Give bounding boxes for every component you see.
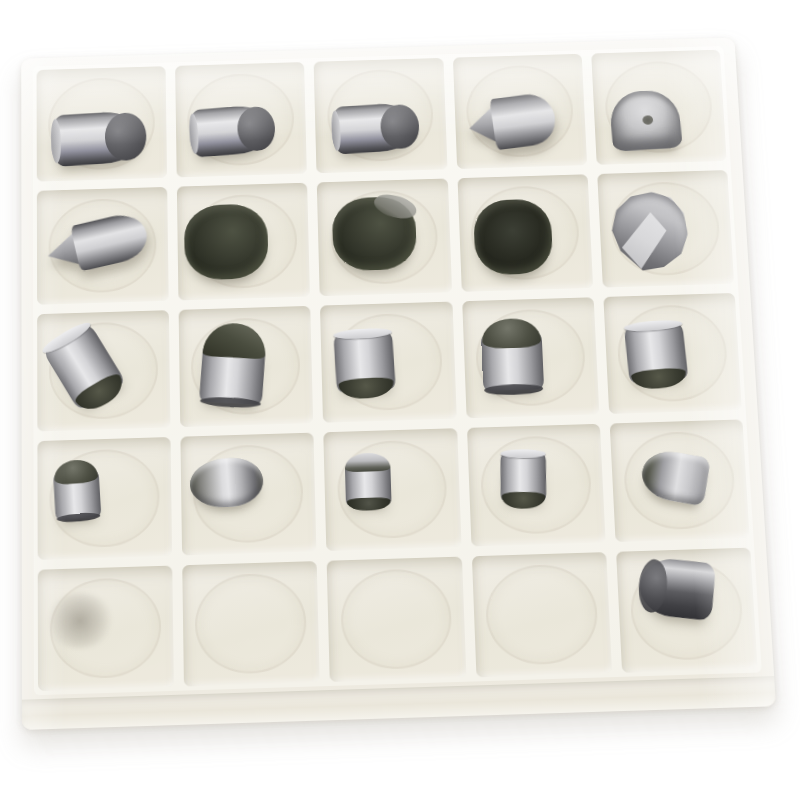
- tray-grid: [33, 46, 762, 695]
- carbide-button-r2c2: [184, 204, 269, 281]
- carbide-button-r3c4: [481, 332, 544, 391]
- tray-cell-r2c3: [317, 179, 452, 297]
- carbide-button-r4c3: [345, 462, 392, 506]
- tray-cell-r5c1: [38, 565, 174, 691]
- carbide-button-r3c5: [624, 324, 688, 384]
- tray-cell-r5c4: [471, 552, 611, 677]
- tray-cell-r4c2: [181, 432, 317, 555]
- carbide-button-r1c3: [330, 102, 419, 155]
- tray-cell-r1c2: [175, 62, 307, 178]
- tray-cell-r3c1: [37, 311, 170, 432]
- carbide-button-r4c1: [53, 470, 101, 520]
- tray-cell-r3c5: [603, 293, 742, 413]
- carbide-button-r3c1: [42, 324, 125, 410]
- carbide-button-r4c5: [639, 447, 711, 506]
- carbide-button-r3c3: [333, 332, 395, 393]
- carbide-button-r1c1: [50, 110, 146, 167]
- tray-cell-r4c4: [467, 423, 606, 546]
- tray-cell-r2c4: [457, 174, 593, 292]
- tray-cell-r4c5: [609, 419, 749, 542]
- carbide-button-r2c1: [42, 210, 151, 278]
- tray-cell-r5c5: [616, 547, 758, 672]
- carbide-button-r1c5: [609, 89, 683, 152]
- tray-cell-r4c1: [37, 437, 172, 560]
- tray-cell-r3c2: [179, 306, 314, 426]
- carbide-button-r3c2: [199, 343, 266, 405]
- tray-cell-r1c1: [37, 66, 168, 182]
- carbide-button-r5c5: [638, 556, 717, 621]
- tray-cell-r1c3: [314, 58, 447, 173]
- carbide-button-r4c2: [188, 455, 264, 509]
- carbide-button-r4c4: [501, 453, 547, 502]
- tray-cell-r2c2: [177, 183, 310, 301]
- tray-cell-r1c5: [591, 50, 727, 165]
- tray-cell-r1c4: [453, 54, 587, 169]
- tray-cell-r5c2: [182, 561, 320, 687]
- tray-cell-r3c4: [462, 298, 599, 418]
- product-photo-scene: [0, 0, 800, 800]
- tray-cell-r5c3: [327, 556, 466, 682]
- carbide-button-r1c4: [466, 92, 559, 154]
- carbide-button-r2c3: [332, 196, 418, 271]
- stain-shadow: [44, 592, 114, 650]
- carbide-button-r2c5: [610, 191, 690, 271]
- tray-cell-r2c5: [597, 170, 734, 288]
- carbide-button-r1c2: [188, 104, 276, 158]
- tray-cell-r3c3: [320, 302, 456, 422]
- carbide-button-r2c4: [473, 199, 554, 276]
- tray-cell-r4c3: [324, 428, 462, 551]
- plastic-parts-tray: [21, 38, 776, 730]
- tray-cell-r2c1: [37, 187, 169, 305]
